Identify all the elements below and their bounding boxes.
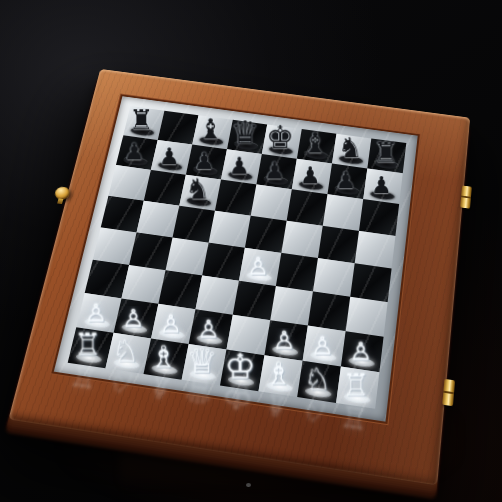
square-h3[interactable] bbox=[346, 297, 388, 337]
wood-frame: ♜♜♝♝♛♛♚♚♝♝♞♞♜♜♟♟♟♟♟♟♟♟♟♟♟♟♟♟♟♟♞♞♙♙♙♙♙♙♙♙… bbox=[8, 69, 470, 486]
white-rook-h1[interactable]: ♖♖ bbox=[336, 367, 379, 409]
square-f3[interactable] bbox=[270, 286, 313, 326]
square-b3[interactable] bbox=[121, 265, 165, 304]
square-h7[interactable]: ♟♟ bbox=[363, 168, 403, 204]
square-a4[interactable] bbox=[93, 227, 137, 265]
square-g3[interactable] bbox=[308, 291, 350, 331]
square-c3[interactable] bbox=[158, 270, 202, 309]
square-c6[interactable]: ♞♞ bbox=[179, 175, 221, 211]
black-knight-c6[interactable]: ♞♞ bbox=[179, 175, 221, 211]
square-h4[interactable] bbox=[350, 263, 391, 302]
square-e6[interactable] bbox=[251, 184, 292, 220]
white-pawn-e4[interactable]: ♙♙ bbox=[239, 248, 281, 286]
piece-mirror-reflection: ♖ bbox=[311, 396, 396, 438]
square-g4[interactable] bbox=[313, 258, 355, 297]
black-pawn-h7[interactable]: ♟♟ bbox=[363, 168, 403, 204]
pawn-glyph: ♙ bbox=[169, 317, 249, 342]
square-h1[interactable]: ♖♖ bbox=[336, 367, 379, 409]
black-rook-h8[interactable]: ♜♜ bbox=[367, 138, 406, 173]
brass-hinge-top[interactable] bbox=[460, 185, 472, 208]
square-h6[interactable] bbox=[359, 199, 399, 236]
chess-board: ♜♜♝♝♛♛♚♚♝♝♞♞♜♜♟♟♟♟♟♟♟♟♟♟♟♟♟♟♟♟♞♞♙♙♙♙♙♙♙♙… bbox=[68, 106, 407, 409]
square-e4[interactable]: ♙♙ bbox=[239, 248, 281, 286]
table-highlight-speck bbox=[246, 483, 251, 487]
brass-knob[interactable] bbox=[54, 186, 72, 201]
square-d3[interactable] bbox=[196, 275, 239, 314]
pawn-glyph: ♙ bbox=[219, 255, 297, 279]
scene: ♜♜♝♝♛♛♚♚♝♝♞♞♜♜♟♟♟♟♟♟♟♟♟♟♟♟♟♟♟♟♞♞♙♙♙♙♙♙♙♙… bbox=[0, 0, 502, 502]
square-f6[interactable] bbox=[287, 189, 328, 225]
square-c4[interactable] bbox=[166, 237, 209, 275]
square-d5[interactable] bbox=[209, 211, 251, 248]
square-h8[interactable]: ♜♜ bbox=[367, 138, 406, 173]
square-e5[interactable] bbox=[245, 216, 287, 253]
mirror-surface: ♜♜♝♝♛♛♚♚♝♝♞♞♜♜♟♟♟♟♟♟♟♟♟♟♟♟♟♟♟♟♞♞♙♙♙♙♙♙♙♙… bbox=[54, 96, 418, 421]
rook-glyph: ♜ bbox=[105, 106, 178, 133]
pawn-glyph: ♙ bbox=[321, 339, 401, 364]
knight-glyph: ♞ bbox=[160, 176, 235, 204]
chess-box: ♜♜♝♝♛♛♚♚♝♝♞♞♜♜♟♟♟♟♟♟♟♟♟♟♟♟♟♟♟♟♞♞♙♙♙♙♙♙♙♙… bbox=[8, 69, 470, 486]
brass-hinge-bottom[interactable] bbox=[442, 379, 455, 406]
square-h5[interactable] bbox=[355, 231, 396, 269]
square-f5[interactable] bbox=[281, 221, 322, 258]
rook-glyph: ♜ bbox=[349, 139, 423, 167]
square-a3[interactable] bbox=[85, 260, 129, 299]
square-g6[interactable] bbox=[323, 194, 363, 231]
square-a6[interactable] bbox=[108, 165, 150, 201]
pawn-glyph: ♟ bbox=[344, 174, 419, 197]
square-g5[interactable] bbox=[318, 226, 359, 264]
square-e3[interactable] bbox=[233, 281, 276, 320]
rook-glyph: ♖ bbox=[315, 370, 397, 401]
